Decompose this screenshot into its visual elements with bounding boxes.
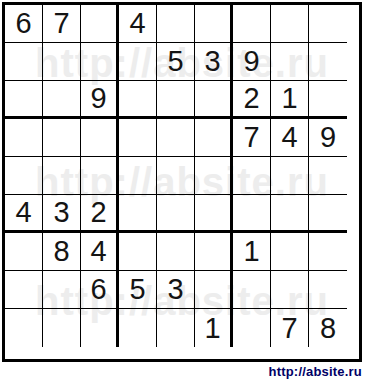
cell-r3c4[interactable] <box>119 81 157 119</box>
cell-r1c4[interactable]: 4 <box>119 5 157 43</box>
cell-r4c2[interactable] <box>43 119 81 157</box>
cell-r3c7[interactable]: 2 <box>233 81 271 119</box>
cell-r4c6[interactable] <box>195 119 233 157</box>
cell-r4c9[interactable]: 9 <box>309 119 347 157</box>
cell-r7c2[interactable]: 8 <box>43 233 81 271</box>
cell-r6c2[interactable]: 3 <box>43 195 81 233</box>
cell-r6c1[interactable]: 4 <box>5 195 43 233</box>
cell-r1c5[interactable] <box>157 5 195 43</box>
cell-r9c9[interactable]: 8 <box>309 309 347 347</box>
cell-r7c6[interactable] <box>195 233 233 271</box>
cell-r1c7[interactable] <box>233 5 271 43</box>
cell-r2c8[interactable] <box>271 43 309 81</box>
cell-r3c3[interactable]: 9 <box>81 81 119 119</box>
cell-r8c7[interactable] <box>233 271 271 309</box>
cell-r8c2[interactable] <box>43 271 81 309</box>
cell-r3c8[interactable]: 1 <box>271 81 309 119</box>
page: http://absite.ru http://absite.ru http:/… <box>0 0 369 384</box>
cell-r2c1[interactable] <box>5 43 43 81</box>
cell-r6c7[interactable] <box>233 195 271 233</box>
cell-r7c7[interactable]: 1 <box>233 233 271 271</box>
cell-r1c3[interactable] <box>81 5 119 43</box>
cell-r4c5[interactable] <box>157 119 195 157</box>
cell-r7c4[interactable] <box>119 233 157 271</box>
cell-r2c9[interactable] <box>309 43 347 81</box>
cell-r5c7[interactable] <box>233 157 271 195</box>
cell-r9c1[interactable] <box>5 309 43 347</box>
cell-r4c3[interactable] <box>81 119 119 157</box>
cell-r1c9[interactable] <box>309 5 347 43</box>
cell-r7c5[interactable] <box>157 233 195 271</box>
cell-r8c8[interactable] <box>271 271 309 309</box>
cell-r3c2[interactable] <box>43 81 81 119</box>
cell-r9c7[interactable] <box>233 309 271 347</box>
cell-r9c3[interactable] <box>81 309 119 347</box>
site-url: http://absite.ru <box>2 364 362 379</box>
cell-r5c1[interactable] <box>5 157 43 195</box>
cell-r4c4[interactable] <box>119 119 157 157</box>
cell-r5c4[interactable] <box>119 157 157 195</box>
sudoku-grid: 674539921749432841653178 <box>5 5 359 359</box>
cell-r1c2[interactable]: 7 <box>43 5 81 43</box>
cell-r5c9[interactable] <box>309 157 347 195</box>
cell-r9c2[interactable] <box>43 309 81 347</box>
cell-r2c5[interactable]: 5 <box>157 43 195 81</box>
cell-r5c5[interactable] <box>157 157 195 195</box>
cell-r1c6[interactable] <box>195 5 233 43</box>
cell-r3c9[interactable] <box>309 81 347 119</box>
cell-r8c3[interactable]: 6 <box>81 271 119 309</box>
cell-r6c9[interactable] <box>309 195 347 233</box>
cell-r8c4[interactable]: 5 <box>119 271 157 309</box>
cell-r8c9[interactable] <box>309 271 347 309</box>
cell-r5c8[interactable] <box>271 157 309 195</box>
cell-r7c1[interactable] <box>5 233 43 271</box>
cell-r9c4[interactable] <box>119 309 157 347</box>
cell-r1c1[interactable]: 6 <box>5 5 43 43</box>
cell-r8c5[interactable]: 3 <box>157 271 195 309</box>
cell-r5c3[interactable] <box>81 157 119 195</box>
cell-r4c1[interactable] <box>5 119 43 157</box>
cell-r3c5[interactable] <box>157 81 195 119</box>
cell-r9c5[interactable] <box>157 309 195 347</box>
cell-r8c6[interactable] <box>195 271 233 309</box>
cell-r9c8[interactable]: 7 <box>271 309 309 347</box>
cell-r7c8[interactable] <box>271 233 309 271</box>
cell-r3c6[interactable] <box>195 81 233 119</box>
cell-r7c9[interactable] <box>309 233 347 271</box>
cell-r2c3[interactable] <box>81 43 119 81</box>
cell-r7c3[interactable]: 4 <box>81 233 119 271</box>
cell-r5c2[interactable] <box>43 157 81 195</box>
cell-r6c3[interactable]: 2 <box>81 195 119 233</box>
cell-r4c7[interactable]: 7 <box>233 119 271 157</box>
cell-r4c8[interactable]: 4 <box>271 119 309 157</box>
cell-r2c4[interactable] <box>119 43 157 81</box>
cell-r6c8[interactable] <box>271 195 309 233</box>
cell-r3c1[interactable] <box>5 81 43 119</box>
cell-r2c2[interactable] <box>43 43 81 81</box>
cell-r6c4[interactable] <box>119 195 157 233</box>
cell-r6c6[interactable] <box>195 195 233 233</box>
cell-r9c6[interactable]: 1 <box>195 309 233 347</box>
cell-r1c8[interactable] <box>271 5 309 43</box>
cell-r2c7[interactable]: 9 <box>233 43 271 81</box>
sudoku-board: http://absite.ru http://absite.ru http:/… <box>2 2 362 362</box>
cell-r5c6[interactable] <box>195 157 233 195</box>
cell-r6c5[interactable] <box>157 195 195 233</box>
cell-r8c1[interactable] <box>5 271 43 309</box>
cell-r2c6[interactable]: 3 <box>195 43 233 81</box>
